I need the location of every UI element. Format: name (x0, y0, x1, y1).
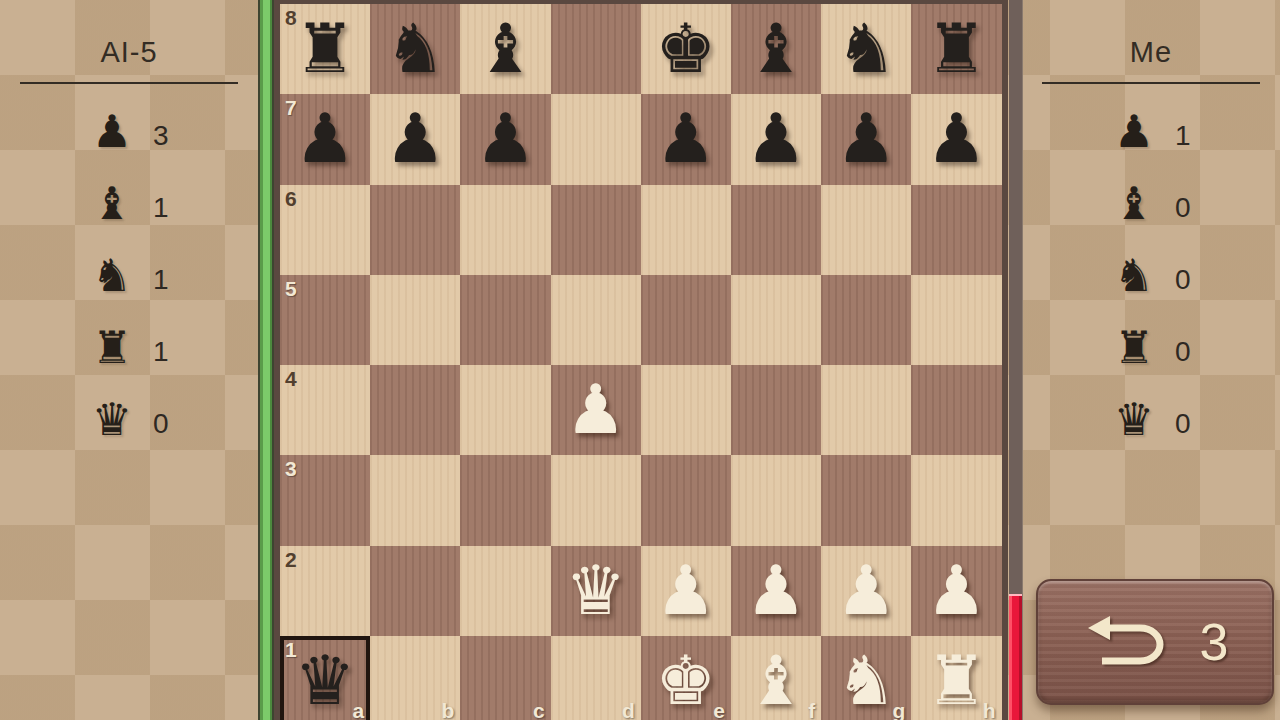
square-c6[interactable] (460, 185, 550, 275)
square-a3[interactable]: 3 (280, 455, 370, 545)
square-b8[interactable]: ♞ (370, 4, 460, 94)
piece-black-pawn[interactable]: ♟ (385, 105, 446, 173)
captured-queen-count: 0 (1175, 408, 1195, 440)
rank-label: 6 (285, 187, 297, 211)
square-h1[interactable]: h♜ (911, 636, 1001, 720)
square-c4[interactable] (460, 365, 550, 455)
piece-black-pawn[interactable]: ♟ (926, 105, 987, 173)
square-a2[interactable]: 2 (280, 546, 370, 636)
square-c3[interactable] (460, 455, 550, 545)
piece-black-bishop[interactable]: ♝ (475, 15, 536, 83)
square-c7[interactable]: ♟ (460, 94, 550, 184)
square-h4[interactable] (911, 365, 1001, 455)
piece-black-rook[interactable]: ♜ (926, 15, 987, 83)
piece-white-knight[interactable]: ♞ (836, 647, 897, 715)
piece-black-pawn[interactable]: ♟ (295, 105, 356, 173)
square-g1[interactable]: g♞ (821, 636, 911, 720)
square-g4[interactable] (821, 365, 911, 455)
queen-icon: ♛ (85, 397, 139, 442)
square-a5[interactable]: 5 (280, 275, 370, 365)
square-g6[interactable] (821, 185, 911, 275)
square-a7[interactable]: 7♟ (280, 94, 370, 184)
captured-row-queen: ♛ 0 (1107, 390, 1195, 442)
square-e2[interactable]: ♟ (641, 546, 731, 636)
knight-icon: ♞ (1107, 253, 1161, 298)
queen-icon: ♛ (1107, 397, 1161, 442)
rank-label: 1 (285, 638, 297, 662)
captured-bishop-count: 0 (1175, 192, 1195, 224)
file-label: d (622, 699, 635, 720)
square-g8[interactable]: ♞ (821, 4, 911, 94)
bishop-icon: ♝ (1107, 181, 1161, 226)
square-c5[interactable] (460, 275, 550, 365)
square-f4[interactable] (731, 365, 821, 455)
piece-black-pawn[interactable]: ♟ (655, 105, 716, 173)
captured-pawn-count: 1 (1175, 120, 1195, 152)
square-f5[interactable] (731, 275, 821, 365)
square-f8[interactable]: ♝ (731, 4, 821, 94)
square-e7[interactable]: ♟ (641, 94, 731, 184)
undo-button[interactable]: 3 (1036, 579, 1274, 705)
captured-knight-count: 1 (153, 264, 173, 296)
knight-icon: ♞ (85, 253, 139, 298)
file-label: e (713, 699, 725, 720)
pawn-icon: ♟ (85, 109, 139, 154)
piece-white-rook[interactable]: ♜ (926, 647, 987, 715)
undo-arrow-icon (1082, 613, 1164, 671)
captured-row-pawn: ♟ 3 (85, 102, 173, 154)
captured-rook-count: 1 (153, 336, 173, 368)
piece-white-pawn[interactable]: ♟ (836, 557, 897, 625)
captured-row-pawn: ♟ 1 (1107, 102, 1195, 154)
square-g2[interactable]: ♟ (821, 546, 911, 636)
square-b7[interactable]: ♟ (370, 94, 460, 184)
square-d3[interactable] (551, 455, 641, 545)
rank-label: 3 (285, 457, 297, 481)
captured-knight-count: 0 (1175, 264, 1195, 296)
player-divider (1042, 82, 1260, 84)
piece-black-rook[interactable]: ♜ (295, 15, 356, 83)
square-g7[interactable]: ♟ (821, 94, 911, 184)
square-c2[interactable] (460, 546, 550, 636)
captured-row-knight: ♞ 1 (85, 246, 173, 298)
right-timer-fill (1009, 594, 1022, 720)
captured-queen-count: 0 (153, 408, 173, 440)
square-d2[interactable]: ♛ (551, 546, 641, 636)
piece-black-king[interactable]: ♚ (655, 15, 716, 83)
player-divider (20, 82, 238, 84)
captured-row-rook: ♜ 0 (1107, 318, 1195, 370)
file-label: f (808, 699, 815, 720)
square-f1[interactable]: f♝ (731, 636, 821, 720)
square-d4[interactable]: ♟ (551, 365, 641, 455)
player-name-me: Me (1130, 36, 1172, 69)
square-g5[interactable] (821, 275, 911, 365)
square-b5[interactable] (370, 275, 460, 365)
square-h3[interactable] (911, 455, 1001, 545)
rank-label: 4 (285, 367, 297, 391)
square-d6[interactable] (551, 185, 641, 275)
square-e1[interactable]: e♚ (641, 636, 731, 720)
piece-white-pawn[interactable]: ♟ (655, 557, 716, 625)
square-e6[interactable] (641, 185, 731, 275)
square-h2[interactable]: ♟ (911, 546, 1001, 636)
right-timer-bar (1009, 0, 1023, 720)
piece-black-bishop[interactable]: ♝ (746, 15, 807, 83)
piece-black-knight[interactable]: ♞ (385, 15, 446, 83)
square-e5[interactable] (641, 275, 731, 365)
piece-black-pawn[interactable]: ♟ (475, 105, 536, 173)
file-label: a (353, 699, 365, 720)
undo-count: 3 (1200, 612, 1229, 672)
player-name-ai: AI-5 (100, 36, 157, 69)
captured-rook-count: 0 (1175, 336, 1195, 368)
piece-black-knight[interactable]: ♞ (836, 15, 897, 83)
square-e8[interactable]: ♚ (641, 4, 731, 94)
left-timer-bar (258, 0, 274, 720)
board-frame: 8♜♞♝♚♝♞♜7♟♟♟♟♟♟♟654♟32♛♟♟♟♟1a♛bcde♚f♝g♞h… (274, 0, 1008, 720)
square-a8[interactable]: 8♜ (280, 4, 370, 94)
square-a6[interactable]: 6 (280, 185, 370, 275)
square-h6[interactable] (911, 185, 1001, 275)
square-d1[interactable]: d (551, 636, 641, 720)
square-e4[interactable] (641, 365, 731, 455)
rook-icon: ♜ (85, 325, 139, 370)
board: 8♜♞♝♚♝♞♜7♟♟♟♟♟♟♟654♟32♛♟♟♟♟1a♛bcde♚f♝g♞h… (280, 4, 1002, 720)
square-e3[interactable] (641, 455, 731, 545)
square-b3[interactable] (370, 455, 460, 545)
piece-black-pawn[interactable]: ♟ (746, 105, 807, 173)
piece-white-pawn[interactable]: ♟ (746, 557, 807, 625)
captured-pawn-count: 3 (153, 120, 173, 152)
captured-row-bishop: ♝ 1 (85, 174, 173, 226)
square-h7[interactable]: ♟ (911, 94, 1001, 184)
square-d5[interactable] (551, 275, 641, 365)
square-c8[interactable]: ♝ (460, 4, 550, 94)
square-a4[interactable]: 4 (280, 365, 370, 455)
rank-label: 5 (285, 277, 297, 301)
rank-label: 2 (285, 548, 297, 572)
piece-white-pawn[interactable]: ♟ (565, 376, 626, 444)
rook-icon: ♜ (1107, 325, 1161, 370)
square-f3[interactable] (731, 455, 821, 545)
captured-row-bishop: ♝ 0 (1107, 174, 1195, 226)
file-label: h (983, 699, 996, 720)
captured-list-me: ♟ 1 ♝ 0 ♞ 0 ♜ 0 ♛ 0 (1107, 102, 1195, 442)
pawn-icon: ♟ (1107, 109, 1161, 154)
rank-label: 7 (285, 96, 297, 120)
piece-white-king[interactable]: ♚ (655, 647, 716, 715)
square-b2[interactable] (370, 546, 460, 636)
piece-white-bishop[interactable]: ♝ (746, 647, 807, 715)
captured-row-rook: ♜ 1 (85, 318, 173, 370)
square-b1[interactable]: b (370, 636, 460, 720)
piece-black-pawn[interactable]: ♟ (836, 105, 897, 173)
captured-bishop-count: 1 (153, 192, 173, 224)
square-f6[interactable] (731, 185, 821, 275)
square-b4[interactable] (370, 365, 460, 455)
square-h5[interactable] (911, 275, 1001, 365)
chess-app-screen: AI-5 ♟ 3 ♝ 1 ♞ 1 ♜ 1 ♛ 0 (0, 0, 1280, 720)
piece-white-pawn[interactable]: ♟ (926, 557, 987, 625)
rank-label: 8 (285, 6, 297, 30)
square-d8[interactable] (551, 4, 641, 94)
file-label: g (892, 699, 905, 720)
file-label: c (533, 699, 545, 720)
square-c1[interactable]: c (460, 636, 550, 720)
square-a1[interactable]: 1a♛ (280, 636, 370, 720)
bishop-icon: ♝ (85, 181, 139, 226)
square-h8[interactable]: ♜ (911, 4, 1001, 94)
square-f2[interactable]: ♟ (731, 546, 821, 636)
captured-row-queen: ♛ 0 (85, 390, 173, 442)
square-g3[interactable] (821, 455, 911, 545)
square-b6[interactable] (370, 185, 460, 275)
piece-white-queen[interactable]: ♛ (565, 557, 626, 625)
square-d7[interactable] (551, 94, 641, 184)
square-f7[interactable]: ♟ (731, 94, 821, 184)
captured-list-ai: ♟ 3 ♝ 1 ♞ 1 ♜ 1 ♛ 0 (85, 102, 173, 442)
file-label: b (442, 699, 455, 720)
player-panel-ai: AI-5 ♟ 3 ♝ 1 ♞ 1 ♜ 1 ♛ 0 (0, 0, 258, 720)
captured-row-knight: ♞ 0 (1107, 246, 1195, 298)
piece-black-queen[interactable]: ♛ (295, 647, 356, 715)
